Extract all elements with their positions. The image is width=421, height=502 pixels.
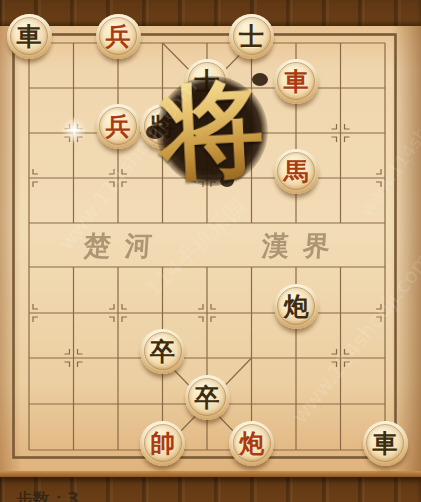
xiangqi-piece[interactable]: 車 [274,59,319,104]
xiangqi-piece[interactable]: 帥 [140,421,185,466]
piece-character: 炮 [239,431,264,456]
xiangqi-piece[interactable]: 士 [229,14,274,59]
xiangqi-piece[interactable]: 炮 [229,421,274,466]
xiangqi-piece[interactable]: 車 [7,14,52,59]
piece-character: 卒 [150,339,175,364]
xiangqi-piece[interactable]: 車 [363,421,408,466]
move-highlight-sparkle-icon [59,115,89,145]
piece-character: 馬 [284,159,309,184]
piece-character: 炮 [284,294,309,319]
piece-character: 兵 [106,24,131,49]
piece-character: 車 [373,431,398,456]
piece-character: 兵 [106,114,131,139]
river-label-chu-he: 楚河 [83,228,168,264]
piece-character: 車 [284,69,309,94]
xiangqi-piece[interactable]: 卒 [185,375,230,420]
xiangqi-piece[interactable]: 卒 [140,329,185,374]
piece-character: 帥 [150,431,175,456]
piece-character: 車 [17,24,42,49]
piece-character: 卒 [195,385,220,410]
xiangqi-piece[interactable]: 馬 [274,149,319,194]
xiangqi-piece[interactable]: 兵 [96,14,141,59]
check-stamp-character: 将 [152,66,272,194]
xiangqi-piece[interactable]: 兵 [96,104,141,149]
piece-character: 士 [239,24,264,49]
step-counter: 步数：3 [16,488,79,502]
xiangqi-game-screen: { "game": "xiangqi", "scene": "xiangqi p… [0,0,421,502]
river-label-han-jie: 漢界 [261,228,346,264]
xiangqi-piece[interactable]: 炮 [274,284,319,329]
